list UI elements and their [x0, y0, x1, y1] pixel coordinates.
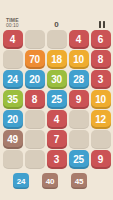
pause-icon — [99, 21, 101, 28]
empty-cell — [3, 50, 23, 69]
tile-4-3[interactable]: 25 — [47, 90, 67, 109]
tile-3-3[interactable]: 30 — [47, 70, 67, 89]
tile-4-5[interactable]: 10 — [91, 90, 111, 109]
next-tile-queue: 244045 — [0, 173, 113, 190]
tile-2-2[interactable]: 70 — [25, 50, 45, 69]
tile-3-1[interactable]: 24 — [3, 70, 23, 89]
empty-cell — [3, 150, 23, 169]
empty-cell — [25, 150, 45, 169]
tile-2-4[interactable]: 10 — [69, 50, 89, 69]
tile-1-1[interactable]: 4 — [3, 30, 23, 49]
tile-2-3[interactable]: 18 — [47, 50, 67, 69]
header-bar: TIME 00:10 0 — [0, 0, 113, 28]
tile-7-5[interactable]: 9 — [91, 150, 111, 169]
pause-button[interactable] — [99, 21, 107, 28]
empty-cell — [25, 110, 45, 129]
empty-cell — [25, 30, 45, 49]
tile-5-5[interactable]: 12 — [91, 110, 111, 129]
empty-cell — [25, 130, 45, 149]
tile-1-4[interactable]: 4 — [69, 30, 89, 49]
timer-value: 00:10 — [6, 23, 19, 28]
tile-4-2[interactable]: 8 — [25, 90, 45, 109]
queue-tile-2: 40 — [42, 173, 58, 189]
tile-7-4[interactable]: 25 — [69, 150, 89, 169]
timer: TIME 00:10 — [6, 18, 19, 29]
tile-3-2[interactable]: 20 — [25, 70, 45, 89]
tile-2-5[interactable]: 8 — [91, 50, 111, 69]
game-screen: TIME 00:10 0 446701810824203028335825910… — [0, 0, 113, 200]
tile-5-3[interactable]: 4 — [47, 110, 67, 129]
empty-cell — [69, 130, 89, 149]
board-grid: 446701810824203028335825910204124973259 — [0, 30, 113, 169]
empty-cell — [47, 30, 67, 49]
pause-icon — [103, 21, 105, 28]
tile-4-4[interactable]: 9 — [69, 90, 89, 109]
empty-cell — [69, 110, 89, 129]
queue-tile-3: 45 — [71, 173, 87, 189]
tile-6-1[interactable]: 49 — [3, 130, 23, 149]
empty-cell — [91, 130, 111, 149]
tile-5-1[interactable]: 20 — [3, 110, 23, 129]
tile-3-5[interactable]: 3 — [91, 70, 111, 89]
tile-4-1[interactable]: 35 — [3, 90, 23, 109]
tile-6-3[interactable]: 7 — [47, 130, 67, 149]
tile-1-5[interactable]: 6 — [91, 30, 111, 49]
tile-3-4[interactable]: 28 — [69, 70, 89, 89]
score-value: 0 — [54, 20, 58, 29]
queue-tile-1: 24 — [13, 173, 29, 189]
tile-7-3[interactable]: 3 — [47, 150, 67, 169]
